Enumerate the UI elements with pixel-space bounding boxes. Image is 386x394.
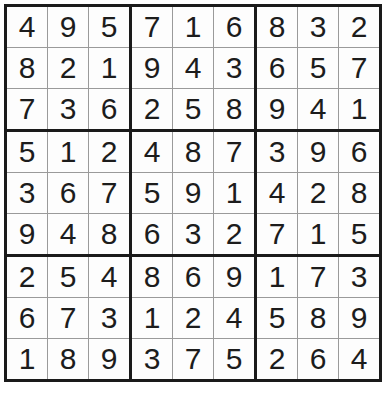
sudoku-board: 4958217367169432588326579415123679484875…	[4, 4, 382, 382]
cell-r3c4: 2	[132, 89, 172, 129]
cell-r7c4: 8	[132, 257, 172, 297]
cell-r2c4: 9	[132, 48, 172, 88]
cell-r2c7: 6	[257, 48, 297, 88]
cell-r5c5: 9	[173, 173, 213, 213]
cell-r7c2: 5	[48, 257, 88, 297]
cell-r1c1: 4	[7, 7, 47, 47]
cell-r4c7: 3	[257, 132, 297, 172]
cell-r7c5: 6	[173, 257, 213, 297]
box-r2c1: 869124375	[132, 257, 254, 379]
cell-r8c5: 2	[173, 298, 213, 338]
cell-r4c1: 5	[7, 132, 47, 172]
cell-r9c1: 1	[7, 339, 47, 379]
cell-r6c7: 7	[257, 214, 297, 254]
cell-r6c3: 8	[89, 214, 129, 254]
cell-r1c6: 6	[214, 7, 254, 47]
cell-r4c3: 2	[89, 132, 129, 172]
cell-r6c9: 5	[339, 214, 379, 254]
cell-r6c5: 3	[173, 214, 213, 254]
cell-r8c7: 5	[257, 298, 297, 338]
cell-r4c4: 4	[132, 132, 172, 172]
cell-r6c2: 4	[48, 214, 88, 254]
cell-r5c4: 5	[132, 173, 172, 213]
cell-r1c4: 7	[132, 7, 172, 47]
cell-r3c9: 1	[339, 89, 379, 129]
cell-r8c4: 1	[132, 298, 172, 338]
cell-r9c5: 7	[173, 339, 213, 379]
cell-r2c2: 2	[48, 48, 88, 88]
page: 4958217367169432588326579415123679484875…	[0, 0, 386, 394]
cell-r8c9: 9	[339, 298, 379, 338]
cell-r9c4: 3	[132, 339, 172, 379]
cell-r7c1: 2	[7, 257, 47, 297]
cell-r1c7: 8	[257, 7, 297, 47]
box-r0c1: 716943258	[132, 7, 254, 129]
cell-r3c7: 9	[257, 89, 297, 129]
cell-r8c1: 6	[7, 298, 47, 338]
cell-r3c6: 8	[214, 89, 254, 129]
cell-r5c2: 6	[48, 173, 88, 213]
cell-r4c6: 7	[214, 132, 254, 172]
cell-r9c2: 8	[48, 339, 88, 379]
cell-r6c6: 2	[214, 214, 254, 254]
cell-r8c3: 3	[89, 298, 129, 338]
box-r2c2: 173589264	[257, 257, 379, 379]
cell-r2c5: 4	[173, 48, 213, 88]
cell-r1c8: 3	[298, 7, 338, 47]
cell-r1c2: 9	[48, 7, 88, 47]
cell-r3c5: 5	[173, 89, 213, 129]
cell-r5c1: 3	[7, 173, 47, 213]
cell-r7c7: 1	[257, 257, 297, 297]
cell-r6c1: 9	[7, 214, 47, 254]
cell-r6c8: 1	[298, 214, 338, 254]
cell-r4c5: 8	[173, 132, 213, 172]
box-r1c2: 396428715	[257, 132, 379, 254]
cell-r9c3: 9	[89, 339, 129, 379]
cell-r6c4: 6	[132, 214, 172, 254]
cell-r5c3: 7	[89, 173, 129, 213]
cell-r9c7: 2	[257, 339, 297, 379]
cell-r3c2: 3	[48, 89, 88, 129]
cell-r1c3: 5	[89, 7, 129, 47]
cell-r9c8: 6	[298, 339, 338, 379]
cell-r2c1: 8	[7, 48, 47, 88]
box-r1c0: 512367948	[7, 132, 129, 254]
cell-r5c7: 4	[257, 173, 297, 213]
cell-r2c8: 5	[298, 48, 338, 88]
cell-r2c3: 1	[89, 48, 129, 88]
cell-r7c3: 4	[89, 257, 129, 297]
cell-r7c8: 7	[298, 257, 338, 297]
cell-r1c5: 1	[173, 7, 213, 47]
cell-r8c8: 8	[298, 298, 338, 338]
cell-r5c8: 2	[298, 173, 338, 213]
cell-r4c8: 9	[298, 132, 338, 172]
cell-r3c1: 7	[7, 89, 47, 129]
cell-r3c3: 6	[89, 89, 129, 129]
box-r2c0: 254673189	[7, 257, 129, 379]
box-r0c2: 832657941	[257, 7, 379, 129]
cell-r5c6: 1	[214, 173, 254, 213]
cell-r7c9: 3	[339, 257, 379, 297]
cell-r2c9: 7	[339, 48, 379, 88]
cell-r7c6: 9	[214, 257, 254, 297]
cell-r9c9: 4	[339, 339, 379, 379]
cell-r3c8: 4	[298, 89, 338, 129]
cell-r4c9: 6	[339, 132, 379, 172]
cell-r8c6: 4	[214, 298, 254, 338]
cell-r9c6: 5	[214, 339, 254, 379]
box-r1c1: 487591632	[132, 132, 254, 254]
cell-r2c6: 3	[214, 48, 254, 88]
cell-r1c9: 2	[339, 7, 379, 47]
box-r0c0: 495821736	[7, 7, 129, 129]
cell-r8c2: 7	[48, 298, 88, 338]
cell-r5c9: 8	[339, 173, 379, 213]
cell-r4c2: 1	[48, 132, 88, 172]
